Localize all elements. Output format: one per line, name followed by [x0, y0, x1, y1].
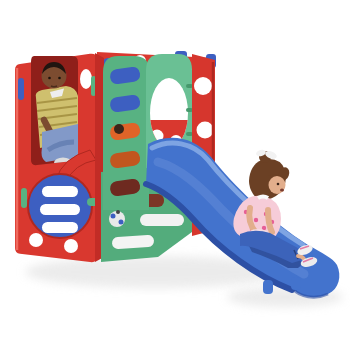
column-hole: [194, 77, 212, 95]
girl-mouth: [280, 189, 284, 192]
girl-eye: [277, 183, 280, 186]
inside-child-head: [114, 124, 124, 134]
green-handle-slot: [21, 188, 27, 208]
ball-patch: [111, 214, 116, 219]
left-red-panel: [15, 54, 99, 262]
boy-mouth: [51, 86, 57, 87]
boy-eye: [58, 77, 61, 80]
ball-patch: [116, 210, 120, 214]
panel-oval-hole: [80, 69, 92, 89]
slide-foot: [263, 280, 273, 294]
panel-hole: [64, 239, 78, 253]
ball-patch: [119, 220, 124, 225]
top-strap: [258, 197, 268, 199]
boy-eye: [48, 77, 51, 80]
blue-rungs: [40, 186, 80, 233]
slide-foot: [291, 277, 301, 290]
panel-hole: [29, 233, 43, 247]
product-photo: [0, 0, 350, 350]
play-gym-illustration: [0, 0, 350, 350]
column-hole: [197, 122, 214, 139]
blue-handle-slot: [18, 78, 24, 100]
circle-opening: [28, 174, 92, 238]
lower-slot: [140, 214, 184, 226]
